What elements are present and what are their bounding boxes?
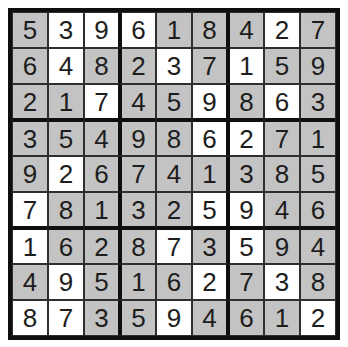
cell-digit: 4 (131, 89, 145, 115)
cell-digit: 3 (239, 161, 253, 187)
cell-r5c6[interactable]: 1 (192, 156, 228, 192)
cell-digit: 9 (131, 126, 145, 152)
cell-digit: 5 (239, 234, 253, 260)
cell-digit: 6 (167, 269, 181, 295)
cell-digit: 5 (202, 197, 216, 223)
cell-r9c1[interactable]: 8 (12, 300, 48, 336)
cell-r2c2[interactable]: 4 (48, 48, 84, 84)
cell-digit: 2 (59, 161, 73, 187)
cell-r5c4[interactable]: 7 (120, 156, 156, 192)
cell-digit: 5 (94, 269, 108, 295)
cell-r2c8[interactable]: 5 (264, 48, 300, 84)
cell-r8c8[interactable]: 3 (264, 264, 300, 300)
cell-digit: 1 (59, 89, 73, 115)
cell-digit: 9 (167, 305, 181, 331)
cell-r5c7[interactable]: 3 (228, 156, 264, 192)
cell-r7c2[interactable]: 6 (48, 228, 84, 264)
cell-digit: 3 (23, 126, 37, 152)
cell-r6c1[interactable]: 7 (12, 192, 48, 228)
cell-r2c7[interactable]: 1 (228, 48, 264, 84)
cell-digit: 5 (131, 305, 145, 331)
cell-r1c6[interactable]: 8 (192, 12, 228, 48)
cell-digit: 1 (275, 305, 289, 331)
cell-r8c4[interactable]: 1 (120, 264, 156, 300)
cell-digit: 4 (23, 269, 37, 295)
cell-r9c4[interactable]: 5 (120, 300, 156, 336)
cell-digit: 6 (94, 161, 108, 187)
cell-digit: 2 (23, 89, 37, 115)
cell-digit: 5 (59, 126, 73, 152)
cell-r4c9[interactable]: 1 (300, 120, 336, 156)
cell-r1c7[interactable]: 4 (228, 12, 264, 48)
cell-r4c2[interactable]: 5 (48, 120, 84, 156)
cell-digit: 5 (275, 53, 289, 79)
cell-digit: 4 (202, 305, 216, 331)
cell-digit: 7 (167, 234, 181, 260)
cell-r7c1[interactable]: 1 (12, 228, 48, 264)
cell-r5c1[interactable]: 9 (12, 156, 48, 192)
cell-r8c2[interactable]: 9 (48, 264, 84, 300)
cell-digit: 3 (94, 305, 108, 331)
cell-digit: 8 (23, 305, 37, 331)
cell-digit: 8 (131, 234, 145, 260)
cell-r7c4[interactable]: 8 (120, 228, 156, 264)
cell-digit: 4 (59, 53, 73, 79)
cell-r1c5[interactable]: 1 (156, 12, 192, 48)
cell-digit: 4 (311, 234, 325, 260)
cell-r7c6[interactable]: 3 (192, 228, 228, 264)
cell-digit: 9 (59, 269, 73, 295)
cell-digit: 3 (59, 17, 73, 43)
cell-digit: 3 (202, 234, 216, 260)
cell-r2c4[interactable]: 2 (120, 48, 156, 84)
cell-r3c2[interactable]: 1 (48, 84, 84, 120)
cell-r1c4[interactable]: 6 (120, 12, 156, 48)
cell-r5c2[interactable]: 2 (48, 156, 84, 192)
cell-r3c8[interactable]: 6 (264, 84, 300, 120)
cell-r8c1[interactable]: 4 (12, 264, 48, 300)
cell-r7c9[interactable]: 4 (300, 228, 336, 264)
cell-r1c1[interactable]: 5 (12, 12, 48, 48)
cell-digit: 7 (239, 269, 253, 295)
cell-digit: 7 (311, 17, 325, 43)
cell-digit: 6 (311, 197, 325, 223)
cell-digit: 7 (59, 305, 73, 331)
cell-r5c3[interactable]: 6 (84, 156, 120, 192)
cell-digit: 4 (94, 126, 108, 152)
cell-r8c6[interactable]: 2 (192, 264, 228, 300)
cell-r6c4[interactable]: 3 (120, 192, 156, 228)
cell-r7c7[interactable]: 5 (228, 228, 264, 264)
cell-digit: 4 (275, 197, 289, 223)
cell-r8c3[interactable]: 5 (84, 264, 120, 300)
cell-r9c3[interactable]: 3 (84, 300, 120, 336)
cell-digit: 6 (202, 126, 216, 152)
cell-digit: 9 (202, 89, 216, 115)
cell-digit: 6 (23, 53, 37, 79)
cell-r6c7[interactable]: 9 (228, 192, 264, 228)
cell-r4c7[interactable]: 2 (228, 120, 264, 156)
cell-digit: 2 (94, 234, 108, 260)
cell-digit: 8 (202, 17, 216, 43)
cell-r4c1[interactable]: 3 (12, 120, 48, 156)
cell-digit: 8 (275, 161, 289, 187)
cell-r8c5[interactable]: 6 (156, 264, 192, 300)
cell-r4c4[interactable]: 9 (120, 120, 156, 156)
cell-digit: 6 (131, 17, 145, 43)
cell-r7c5[interactable]: 7 (156, 228, 192, 264)
cell-digit: 3 (131, 197, 145, 223)
cell-r3c9[interactable]: 3 (300, 84, 336, 120)
cell-digit: 2 (131, 53, 145, 79)
cell-digit: 1 (94, 197, 108, 223)
cell-digit: 4 (167, 161, 181, 187)
cell-digit: 4 (239, 17, 253, 43)
cell-digit: 2 (167, 197, 181, 223)
cell-digit: 7 (275, 126, 289, 152)
cell-digit: 5 (311, 161, 325, 187)
sudoku-board: 5396184276482371592174598633549862719267… (8, 8, 340, 340)
cell-digit: 6 (239, 305, 253, 331)
cell-digit: 3 (167, 53, 181, 79)
cell-digit: 3 (311, 89, 325, 115)
cell-r3c5[interactable]: 5 (156, 84, 192, 120)
cell-digit: 9 (275, 234, 289, 260)
cell-r9c5[interactable]: 9 (156, 300, 192, 336)
cell-r9c7[interactable]: 6 (228, 300, 264, 336)
cell-digit: 5 (23, 17, 37, 43)
cell-r6c2[interactable]: 8 (48, 192, 84, 228)
cell-r3c4[interactable]: 4 (120, 84, 156, 120)
cell-digit: 8 (59, 197, 73, 223)
cell-r1c3[interactable]: 9 (84, 12, 120, 48)
cell-r2c5[interactable]: 3 (156, 48, 192, 84)
cell-digit: 3 (275, 269, 289, 295)
cell-digit: 1 (23, 234, 37, 260)
cell-digit: 8 (311, 269, 325, 295)
cell-r9c9[interactable]: 2 (300, 300, 336, 336)
cell-digit: 8 (94, 53, 108, 79)
cell-r9c8[interactable]: 1 (264, 300, 300, 336)
cell-digit: 1 (239, 53, 253, 79)
cell-digit: 9 (311, 53, 325, 79)
cell-digit: 5 (167, 89, 181, 115)
cell-r3c3[interactable]: 7 (84, 84, 120, 120)
cell-digit: 7 (131, 161, 145, 187)
cell-r6c3[interactable]: 1 (84, 192, 120, 228)
cell-digit: 6 (275, 89, 289, 115)
cell-digit: 1 (202, 161, 216, 187)
cell-r5c8[interactable]: 8 (264, 156, 300, 192)
cell-digit: 9 (239, 197, 253, 223)
cell-digit: 2 (239, 126, 253, 152)
cell-r8c9[interactable]: 8 (300, 264, 336, 300)
cell-r2c6[interactable]: 7 (192, 48, 228, 84)
cell-digit: 2 (311, 305, 325, 331)
cell-r6c5[interactable]: 2 (156, 192, 192, 228)
cell-r3c6[interactable]: 9 (192, 84, 228, 120)
cell-digit: 1 (131, 269, 145, 295)
cell-r7c8[interactable]: 9 (264, 228, 300, 264)
cell-digit: 1 (167, 17, 181, 43)
cell-r8c7[interactable]: 7 (228, 264, 264, 300)
cell-r1c8[interactable]: 2 (264, 12, 300, 48)
cell-digit: 7 (94, 89, 108, 115)
cell-r2c9[interactable]: 9 (300, 48, 336, 84)
cell-digit: 8 (239, 89, 253, 115)
cell-digit: 9 (23, 161, 37, 187)
cell-r6c6[interactable]: 5 (192, 192, 228, 228)
cell-digit: 7 (202, 53, 216, 79)
cell-r5c5[interactable]: 4 (156, 156, 192, 192)
cell-digit: 1 (311, 126, 325, 152)
cell-digit: 2 (275, 17, 289, 43)
cell-r2c1[interactable]: 6 (12, 48, 48, 84)
cell-r1c9[interactable]: 7 (300, 12, 336, 48)
cell-r4c8[interactable]: 7 (264, 120, 300, 156)
cell-r7c3[interactable]: 2 (84, 228, 120, 264)
cell-digit: 9 (94, 17, 108, 43)
cell-r5c9[interactable]: 5 (300, 156, 336, 192)
cell-r4c3[interactable]: 4 (84, 120, 120, 156)
cell-r3c1[interactable]: 2 (12, 84, 48, 120)
cell-digit: 6 (59, 234, 73, 260)
cell-r9c6[interactable]: 4 (192, 300, 228, 336)
cell-digit: 2 (202, 269, 216, 295)
cell-r6c8[interactable]: 4 (264, 192, 300, 228)
cell-r4c6[interactable]: 6 (192, 120, 228, 156)
cell-digit: 8 (167, 126, 181, 152)
cell-r1c2[interactable]: 3 (48, 12, 84, 48)
page: { "game": "sudoku", "game_state": "solve… (0, 0, 348, 347)
cell-r9c2[interactable]: 7 (48, 300, 84, 336)
cell-r3c7[interactable]: 8 (228, 84, 264, 120)
cell-r2c3[interactable]: 8 (84, 48, 120, 84)
cell-r4c5[interactable]: 8 (156, 120, 192, 156)
cell-digit: 7 (23, 197, 37, 223)
cell-r6c9[interactable]: 6 (300, 192, 336, 228)
